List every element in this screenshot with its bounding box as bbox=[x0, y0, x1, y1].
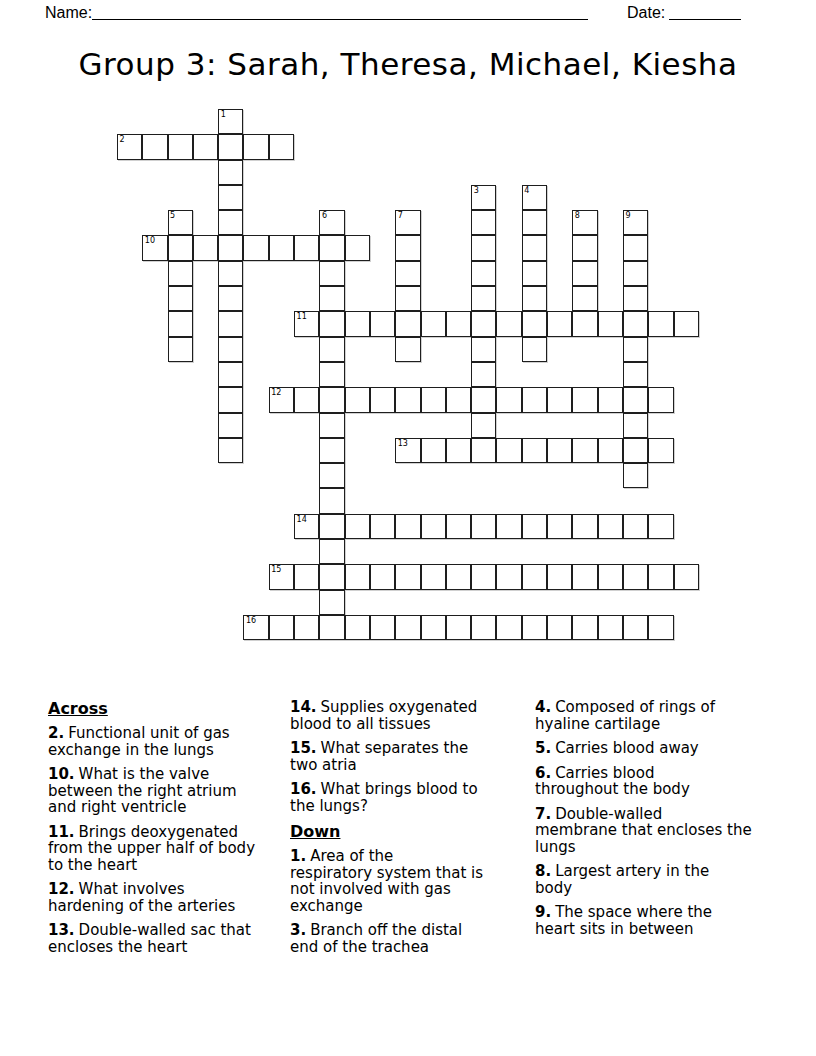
clue-text: The space where the heart sits in betwee… bbox=[535, 903, 712, 938]
page-title: Group 3: Sarah, Theresa, Michael, Kiesha bbox=[0, 46, 816, 82]
grid-cell bbox=[395, 311, 420, 336]
grid-cell bbox=[168, 235, 193, 260]
clue-text: Carries blood away bbox=[555, 739, 699, 757]
clue-across-10: 10.What is the valve between the right a… bbox=[48, 766, 286, 816]
clue-number: 5. bbox=[535, 739, 551, 757]
clue-text: Supplies oxygenated blood to all tissues bbox=[290, 698, 477, 733]
grid-cell-number: 7 bbox=[398, 211, 403, 220]
grid-cell bbox=[496, 311, 521, 336]
clue-text: What involves hardening of the arteries bbox=[48, 880, 235, 915]
grid-cell bbox=[294, 387, 319, 412]
grid-cell bbox=[674, 311, 699, 336]
grid-cell bbox=[294, 615, 319, 640]
grid-cell bbox=[421, 564, 446, 589]
grid-cell bbox=[623, 514, 648, 539]
grid-cell bbox=[269, 235, 294, 260]
grid-cell bbox=[319, 463, 344, 488]
grid-cell bbox=[446, 564, 471, 589]
grid-cell bbox=[471, 311, 496, 336]
clue-text: What is the valve between the right atri… bbox=[48, 765, 237, 816]
grid-cell bbox=[471, 438, 496, 463]
clue-text: Functional unit of gas exchange in the l… bbox=[48, 724, 230, 759]
clue-text: Branch off the distal end of the trachea bbox=[290, 921, 462, 956]
grid-cell bbox=[623, 564, 648, 589]
grid-cell bbox=[370, 514, 395, 539]
grid-cell bbox=[648, 311, 673, 336]
clue-across-15: 15.What separates the two atria bbox=[290, 740, 534, 773]
grid-cell bbox=[345, 311, 370, 336]
grid-cell bbox=[648, 615, 673, 640]
grid-cell bbox=[345, 387, 370, 412]
grid-cell bbox=[496, 615, 521, 640]
grid-cell bbox=[623, 413, 648, 438]
clue-down-9: 9.The space where the heart sits in betw… bbox=[535, 904, 783, 937]
grid-cell bbox=[471, 210, 496, 235]
grid-cell bbox=[648, 564, 673, 589]
clue-number: 13. bbox=[48, 921, 75, 939]
grid-cell bbox=[218, 134, 243, 159]
grid-cell: 6 bbox=[319, 210, 344, 235]
grid-cell bbox=[471, 286, 496, 311]
name-blank-line bbox=[92, 3, 588, 20]
clue-text: Composed of rings of hyaline cartilage bbox=[535, 698, 715, 733]
clue-text: Double-walled membrane that encloses the… bbox=[535, 805, 752, 856]
grid-cell bbox=[598, 311, 623, 336]
grid-cell bbox=[395, 286, 420, 311]
grid-cell: 5 bbox=[168, 210, 193, 235]
grid-cell bbox=[319, 564, 344, 589]
grid-cell bbox=[168, 261, 193, 286]
grid-cell-number: 10 bbox=[145, 236, 155, 245]
grid-cell bbox=[522, 438, 547, 463]
grid-cell bbox=[395, 387, 420, 412]
clue-down-1: 1.Area of the respiratory system that is… bbox=[290, 848, 534, 914]
grid-cell bbox=[294, 235, 319, 260]
grid-cell bbox=[572, 311, 597, 336]
clue-number: 9. bbox=[535, 903, 551, 921]
grid-cell bbox=[218, 387, 243, 412]
grid-cell: 8 bbox=[572, 210, 597, 235]
grid-cell bbox=[345, 235, 370, 260]
grid-cell bbox=[598, 615, 623, 640]
grid-cell bbox=[623, 261, 648, 286]
grid-cell bbox=[168, 337, 193, 362]
grid-cell-number: 14 bbox=[297, 515, 307, 524]
grid-cell bbox=[572, 514, 597, 539]
clue-text: Carries blood throughout the body bbox=[535, 764, 690, 799]
clue-number: 2. bbox=[48, 724, 64, 742]
grid-cell bbox=[547, 311, 572, 336]
grid-cell bbox=[243, 134, 268, 159]
grid-cell bbox=[218, 235, 243, 260]
clue-across-2: 2.Functional unit of gas exchange in the… bbox=[48, 725, 286, 758]
clue-number: 8. bbox=[535, 862, 551, 880]
grid-cell bbox=[598, 564, 623, 589]
grid-cell bbox=[446, 311, 471, 336]
grid-cell bbox=[395, 615, 420, 640]
grid-cell bbox=[522, 210, 547, 235]
grid-cell bbox=[218, 160, 243, 185]
grid-cell bbox=[345, 514, 370, 539]
clue-number: 14. bbox=[290, 698, 317, 716]
clue-text: Area of the respiratory system that is n… bbox=[290, 847, 483, 915]
grid-cell bbox=[168, 134, 193, 159]
name-label: Name: bbox=[45, 4, 92, 22]
grid-cell bbox=[572, 438, 597, 463]
grid-cell bbox=[572, 564, 597, 589]
grid-cell bbox=[395, 337, 420, 362]
grid-cell bbox=[294, 564, 319, 589]
clue-down-7: 7.Double-walled membrane that encloses t… bbox=[535, 806, 783, 856]
grid-cell bbox=[319, 590, 344, 615]
clue-text: What brings blood to the lungs? bbox=[290, 780, 478, 815]
grid-cell bbox=[218, 286, 243, 311]
grid-cell bbox=[218, 261, 243, 286]
clue-text: Brings deoxygenated from the upper half … bbox=[48, 823, 255, 874]
clue-across-14: 14.Supplies oxygenated blood to all tiss… bbox=[290, 699, 534, 732]
grid-cell bbox=[345, 615, 370, 640]
grid-cell bbox=[496, 387, 521, 412]
clue-across-13: 13.Double-walled sac that encloses the h… bbox=[48, 922, 286, 955]
clue-number: 10. bbox=[48, 765, 75, 783]
grid-cell bbox=[319, 235, 344, 260]
clues-column-2: 14.Supplies oxygenated blood to all tiss… bbox=[290, 699, 534, 963]
grid-cell bbox=[446, 387, 471, 412]
grid-cell bbox=[370, 564, 395, 589]
grid-cell bbox=[623, 235, 648, 260]
grid-cell bbox=[319, 337, 344, 362]
grid-cell bbox=[370, 311, 395, 336]
grid-cell bbox=[421, 615, 446, 640]
grid-cell bbox=[218, 210, 243, 235]
date-blank-line bbox=[669, 3, 741, 20]
grid-cell bbox=[572, 286, 597, 311]
grid-cell bbox=[446, 514, 471, 539]
clue-number: 6. bbox=[535, 764, 551, 782]
grid-cell bbox=[522, 387, 547, 412]
grid-cell bbox=[319, 362, 344, 387]
clue-text: Largest artery in the body bbox=[535, 862, 709, 897]
grid-cell bbox=[471, 235, 496, 260]
grid-cell-number: 8 bbox=[575, 211, 580, 220]
grid-cell bbox=[345, 564, 370, 589]
grid-cell bbox=[648, 438, 673, 463]
grid-cell bbox=[471, 261, 496, 286]
grid-cell-number: 5 bbox=[170, 211, 175, 220]
grid-cell: 4 bbox=[522, 185, 547, 210]
clues-column-3: 4.Composed of rings of hyaline cartilage… bbox=[535, 699, 783, 945]
grid-cell-number: 13 bbox=[398, 439, 408, 448]
grid-cell-number: 1 bbox=[221, 110, 226, 119]
clue-down-3: 3.Branch off the distal end of the trach… bbox=[290, 922, 534, 955]
grid-cell bbox=[269, 134, 294, 159]
grid-cell bbox=[319, 438, 344, 463]
grid-cell bbox=[395, 235, 420, 260]
grid-cell bbox=[193, 235, 218, 260]
grid-cell bbox=[522, 311, 547, 336]
grid-cell bbox=[395, 514, 420, 539]
clue-down-8: 8.Largest artery in the body bbox=[535, 863, 783, 896]
grid-cell bbox=[142, 134, 167, 159]
grid-cell bbox=[648, 514, 673, 539]
grid-cell: 11 bbox=[294, 311, 319, 336]
grid-cell bbox=[319, 514, 344, 539]
grid-cell bbox=[471, 514, 496, 539]
grid-cell bbox=[623, 286, 648, 311]
grid-cell bbox=[522, 615, 547, 640]
clue-down-6: 6.Carries blood throughout the body bbox=[535, 765, 783, 798]
grid-cell-number: 11 bbox=[297, 312, 307, 321]
grid-cell bbox=[547, 387, 572, 412]
grid-cell: 1 bbox=[218, 109, 243, 134]
grid-cell bbox=[598, 387, 623, 412]
grid-cell: 10 bbox=[142, 235, 167, 260]
grid-cell bbox=[623, 463, 648, 488]
clue-down-4: 4.Composed of rings of hyaline cartilage bbox=[535, 699, 783, 732]
grid-cell bbox=[623, 615, 648, 640]
grid-cell: 14 bbox=[294, 514, 319, 539]
down-header: Down bbox=[290, 822, 534, 841]
grid-cell bbox=[421, 387, 446, 412]
grid-cell bbox=[496, 438, 521, 463]
grid-cell: 9 bbox=[623, 210, 648, 235]
clue-number: 15. bbox=[290, 739, 317, 757]
grid-cell bbox=[218, 311, 243, 336]
grid-cell bbox=[623, 337, 648, 362]
clue-across-11: 11.Brings deoxygenated from the upper ha… bbox=[48, 824, 286, 874]
grid-cell: 16 bbox=[243, 615, 268, 640]
grid-cell bbox=[598, 514, 623, 539]
grid-cell bbox=[319, 387, 344, 412]
grid-cell-number: 6 bbox=[322, 211, 327, 220]
grid-cell bbox=[572, 235, 597, 260]
grid-cell-number: 16 bbox=[246, 616, 256, 625]
grid-cell bbox=[446, 438, 471, 463]
across-header: Across bbox=[48, 699, 286, 718]
grid-cell bbox=[623, 387, 648, 412]
grid-cell bbox=[319, 413, 344, 438]
grid-cell bbox=[471, 387, 496, 412]
grid-cell bbox=[319, 539, 344, 564]
grid-cell bbox=[319, 286, 344, 311]
clue-number: 12. bbox=[48, 880, 75, 898]
clue-number: 4. bbox=[535, 698, 551, 716]
grid-cell bbox=[572, 261, 597, 286]
grid-cell bbox=[471, 362, 496, 387]
clue-across-12: 12.What involves hardening of the arteri… bbox=[48, 881, 286, 914]
grid-cell bbox=[193, 134, 218, 159]
grid-cell bbox=[168, 286, 193, 311]
grid-cell: 2 bbox=[117, 134, 142, 159]
grid-cell bbox=[395, 261, 420, 286]
grid-cell bbox=[547, 514, 572, 539]
crossword-grid: 12345678910111213141516 bbox=[117, 109, 699, 640]
grid-cell bbox=[623, 311, 648, 336]
clue-number: 7. bbox=[535, 805, 551, 823]
grid-cell bbox=[319, 615, 344, 640]
grid-cell: 15 bbox=[269, 564, 294, 589]
grid-cell bbox=[522, 337, 547, 362]
date-label: Date: bbox=[627, 4, 665, 22]
grid-cell bbox=[547, 615, 572, 640]
grid-cell bbox=[319, 311, 344, 336]
clue-number: 16. bbox=[290, 780, 317, 798]
grid-cell bbox=[547, 438, 572, 463]
grid-cell bbox=[168, 311, 193, 336]
grid-cell bbox=[218, 185, 243, 210]
clue-down-5: 5.Carries blood away bbox=[535, 740, 783, 757]
grid-cell bbox=[522, 286, 547, 311]
grid-cell bbox=[496, 514, 521, 539]
grid-cell-number: 4 bbox=[524, 186, 529, 195]
grid-cell bbox=[218, 413, 243, 438]
grid-cell-number: 2 bbox=[120, 135, 125, 144]
grid-cell bbox=[522, 514, 547, 539]
grid-cell bbox=[319, 488, 344, 513]
grid-cell bbox=[218, 337, 243, 362]
clue-number: 3. bbox=[290, 921, 306, 939]
grid-cell bbox=[522, 564, 547, 589]
grid-cell bbox=[370, 615, 395, 640]
clue-number: 11. bbox=[48, 823, 75, 841]
grid-cell: 12 bbox=[269, 387, 294, 412]
grid-cell-number: 12 bbox=[271, 388, 281, 397]
grid-cell: 3 bbox=[471, 185, 496, 210]
grid-cell-number: 15 bbox=[271, 565, 281, 574]
grid-cell bbox=[269, 615, 294, 640]
grid-cell bbox=[623, 438, 648, 463]
grid-cell bbox=[319, 261, 344, 286]
grid-cell bbox=[674, 564, 699, 589]
grid-cell bbox=[496, 564, 521, 589]
grid-cell bbox=[395, 564, 420, 589]
grid-cell bbox=[547, 564, 572, 589]
clues-column-1: Across 2.Functional unit of gas exchange… bbox=[48, 699, 286, 963]
grid-cell bbox=[572, 615, 597, 640]
grid-cell bbox=[218, 362, 243, 387]
grid-cell bbox=[572, 387, 597, 412]
grid-cell-number: 3 bbox=[474, 186, 479, 195]
grid-cell bbox=[218, 438, 243, 463]
grid-cell bbox=[446, 615, 471, 640]
grid-cell: 7 bbox=[395, 210, 420, 235]
grid-cell bbox=[421, 514, 446, 539]
grid-cell: 13 bbox=[395, 438, 420, 463]
grid-cell bbox=[421, 311, 446, 336]
grid-cell bbox=[471, 615, 496, 640]
grid-cell bbox=[522, 261, 547, 286]
grid-cell bbox=[598, 438, 623, 463]
grid-cell bbox=[243, 235, 268, 260]
grid-cell bbox=[623, 362, 648, 387]
grid-cell bbox=[421, 438, 446, 463]
clue-number: 1. bbox=[290, 847, 306, 865]
grid-cell bbox=[471, 564, 496, 589]
clue-across-16: 16.What brings blood to the lungs? bbox=[290, 781, 534, 814]
grid-cell bbox=[522, 235, 547, 260]
grid-cell bbox=[370, 387, 395, 412]
grid-cell bbox=[471, 337, 496, 362]
grid-cell bbox=[648, 387, 673, 412]
clue-text: Double-walled sac that encloses the hear… bbox=[48, 921, 251, 956]
grid-cell-number: 9 bbox=[625, 211, 630, 220]
grid-cell bbox=[471, 413, 496, 438]
